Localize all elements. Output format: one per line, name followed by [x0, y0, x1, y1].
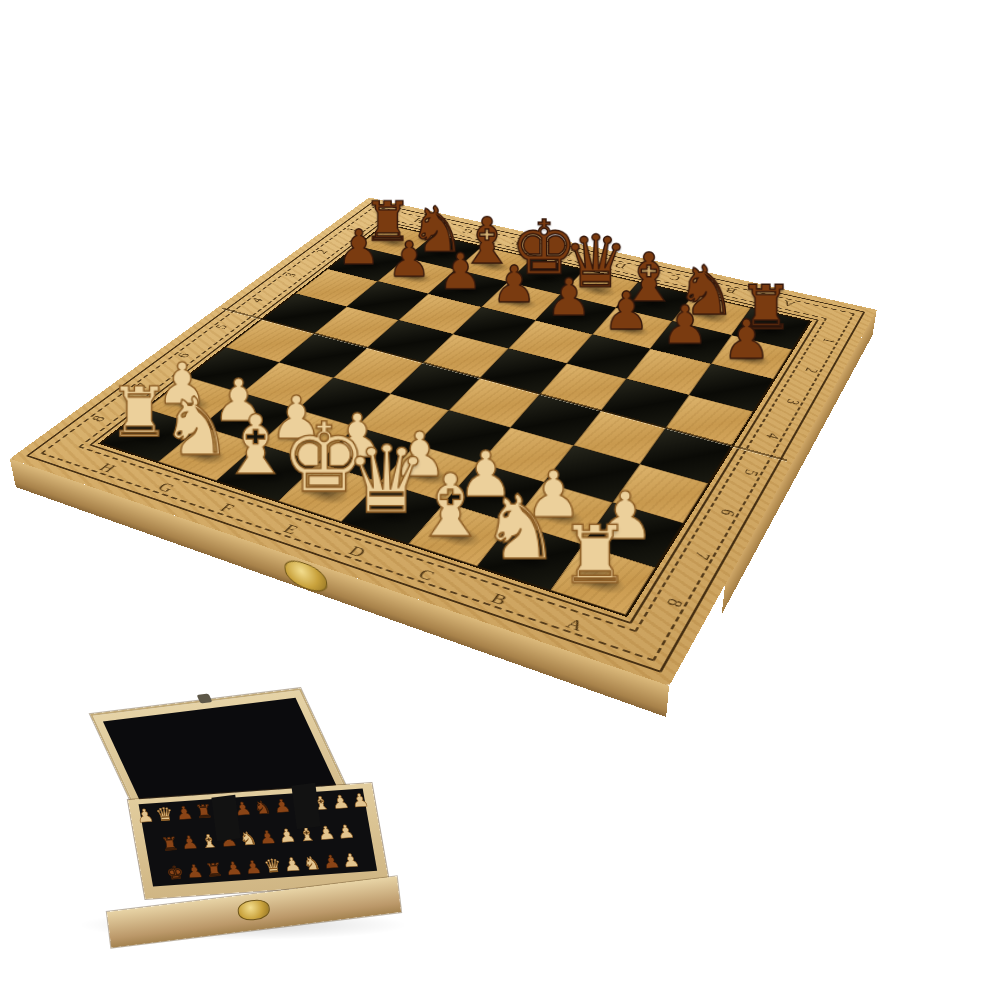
file-label-near-b: B: [487, 590, 511, 609]
piece-shadow: [495, 541, 560, 576]
rank-label-right-4: 4: [761, 431, 784, 441]
piece-shadow: [397, 460, 457, 490]
rank-label-right-7: 7: [689, 549, 715, 562]
stored-piece: ♟: [257, 827, 278, 846]
rank-label-left-5: 5: [212, 323, 232, 331]
stored-piece: ♞: [238, 829, 259, 848]
elastic-strap: [211, 795, 240, 842]
piece-shadow: [629, 293, 678, 313]
rank-label-left-7: 7: [132, 381, 154, 390]
file-label-far-c: C: [667, 273, 683, 283]
stored-piece: ♟: [282, 855, 303, 874]
file-label-near-d: D: [344, 543, 369, 561]
stored-piece: ♟: [179, 833, 200, 852]
lid-latch-hook: [197, 693, 213, 703]
piece-shadow: [119, 424, 177, 452]
piece-shadow: [359, 499, 421, 531]
stored-piece: ♜: [204, 861, 225, 880]
piece-shadow: [744, 320, 794, 342]
piece-shadow: [234, 460, 294, 490]
piece-shadow: [574, 280, 622, 300]
file-label-far-h: H: [411, 216, 428, 224]
rank-label-right-5: 5: [739, 467, 763, 478]
stored-piece: ♜: [160, 834, 181, 853]
piece-shadow: [371, 234, 417, 251]
stored-piece: ♟: [223, 859, 244, 878]
file-label-near-e: E: [279, 521, 302, 537]
piece-shadow: [462, 480, 523, 511]
piece-shadow: [341, 256, 388, 274]
file-label-near-c: C: [414, 566, 438, 584]
stored-piece: ♟: [341, 851, 362, 870]
piece-shadow: [391, 268, 439, 287]
square-f5: [334, 348, 423, 394]
rank-label-right-1: 1: [818, 337, 839, 345]
elastic-strap: [291, 783, 320, 830]
piece-shadow: [419, 245, 465, 263]
rank-label-left-2: 2: [313, 249, 331, 255]
stored-piece: ♟: [272, 797, 293, 816]
piece-shadow: [335, 442, 394, 471]
stored-piece: ♜: [194, 802, 215, 821]
stored-piece: ♟: [321, 852, 342, 871]
rank-label-left-3: 3: [281, 272, 300, 279]
stored-piece: ♛: [154, 805, 175, 824]
stored-piece: ♟: [336, 822, 357, 841]
piece-shadow: [520, 268, 567, 287]
file-label-far-f: F: [510, 238, 525, 246]
piece-shadow: [685, 306, 734, 327]
piece-shadow: [163, 391, 219, 417]
stored-piece: ♟: [330, 793, 351, 812]
file-label-far-a: A: [781, 298, 797, 308]
stored-piece: ♟: [277, 826, 298, 845]
piece-shadow: [218, 407, 275, 434]
square-e4: [423, 334, 509, 378]
rank-label-right-3: 3: [781, 397, 804, 406]
rank-label-right-8: 8: [660, 596, 687, 610]
rank-label-left-4: 4: [248, 297, 268, 304]
stored-piece: ♞: [302, 854, 323, 873]
piece-shadow: [664, 333, 715, 355]
rank-label-right-2: 2: [800, 366, 822, 375]
case-brass-clasp: [237, 898, 271, 922]
piece-shadow: [176, 441, 235, 470]
rank-label-left-1: 1: [343, 227, 361, 233]
piece-shadow: [599, 521, 662, 555]
square-g5: [279, 333, 367, 377]
piece-shadow: [296, 479, 357, 510]
stored-piece-row-1: ♟♛♟♜♟♟♞♟♟♝♟♟: [141, 792, 364, 825]
stored-piece: ♟: [350, 791, 371, 810]
piece-shadow: [549, 306, 599, 327]
stored-piece: ♟: [243, 858, 264, 877]
file-label-far-g: G: [459, 227, 476, 236]
stored-piece: ♟: [174, 804, 195, 823]
file-label-near-f: F: [215, 501, 238, 516]
stored-piece: ♟: [184, 862, 205, 881]
file-label-near-g: G: [153, 480, 178, 496]
stored-piece-row-3: ♚♟♜♟♟♛♟♞♟♟: [152, 850, 375, 883]
base-felt-lining: ♟♛♟♜♟♟♞♟♟♝♟♟♜♟♝♟♞♟♟♝♟♟♚♟♜♟♟♛♟♞♟♟: [139, 789, 378, 887]
stored-piece: ♟: [135, 806, 156, 825]
storage-case: ♟♛♟♜♟♟♞♟♟♝♟♟♜♟♝♟♞♟♟♝♟♟♚♟♜♟♟♛♟♞♟♟: [68, 688, 418, 950]
stored-piece: ♚: [165, 863, 186, 882]
file-label-near-h: H: [95, 461, 120, 476]
piece-shadow: [529, 500, 591, 532]
rank-label-right-6: 6: [715, 507, 740, 519]
file-label-far-b: B: [723, 285, 739, 295]
piece-shadow: [442, 280, 490, 300]
piece-shadow: [568, 564, 634, 601]
piece-shadow: [469, 256, 516, 274]
brass-latch: [283, 556, 328, 597]
square-a4: [665, 395, 753, 446]
file-label-far-e: E: [560, 249, 575, 258]
piece-shadow: [495, 293, 544, 313]
rank-label-left-8: 8: [88, 414, 110, 424]
piece-shadow: [426, 520, 490, 554]
chess-board: ♜♞♝♚♛♝♞♜♟♟♟♟♟♟♟♟♟♟♟♟♟♟♟♟♜♞♝♚♛♝♞♜ HHGGFFE…: [10, 198, 877, 686]
piece-shadow: [276, 424, 334, 452]
piece-shadow: [724, 347, 776, 370]
stored-piece: ♞: [252, 798, 273, 817]
stored-piece: ♛: [263, 857, 284, 876]
file-label-far-d: D: [612, 261, 629, 270]
rank-label-left-6: 6: [173, 351, 194, 359]
stored-piece-row-2: ♜♟♝♟♞♟♟♝♟♟: [146, 821, 369, 854]
file-label-near-a: A: [562, 615, 587, 635]
piece-shadow: [605, 319, 655, 341]
